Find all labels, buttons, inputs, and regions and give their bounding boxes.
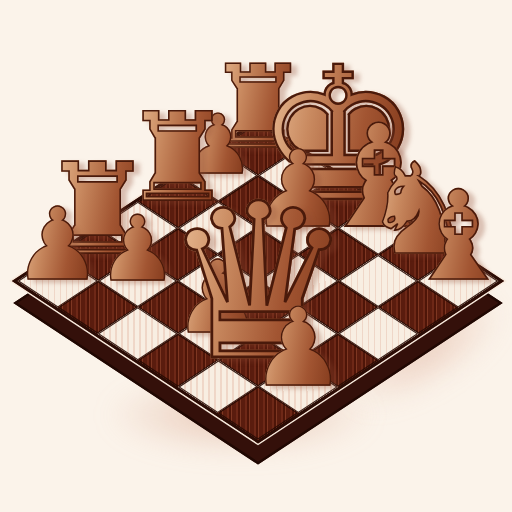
piece-pawn[interactable]: ♟ [13, 195, 103, 295]
piece-pawn[interactable]: ♟ [250, 294, 347, 402]
piece-bishop[interactable]: ♝ [403, 174, 512, 298]
chess-illustration-scene: ♜♟♜♜♟♟♟♚♝♞♝♟♛♟ [0, 0, 512, 512]
